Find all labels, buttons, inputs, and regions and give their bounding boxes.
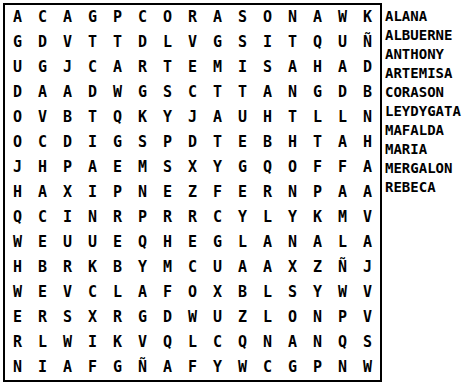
- grid-cell-r5c1[interactable]: O: [5, 105, 30, 130]
- grid-cell-r2c4[interactable]: T: [80, 30, 105, 55]
- grid-cell-r6c3[interactable]: D: [55, 130, 80, 155]
- word-search-page: { "game": "word-search", "position": "AC…: [0, 0, 475, 384]
- grid-cell-r2c15[interactable]: Ñ: [355, 30, 380, 55]
- grid-cell-r14c12[interactable]: A: [280, 330, 305, 355]
- grid-cell-r3c2[interactable]: G: [30, 55, 55, 80]
- grid-cell-r9c14[interactable]: M: [330, 205, 355, 230]
- grid-cell-r14c7[interactable]: Q: [155, 330, 180, 355]
- grid-cell-r11c6[interactable]: Y: [130, 255, 155, 280]
- grid-cell-r6c9[interactable]: T: [205, 130, 230, 155]
- grid-cell-r4c3[interactable]: A: [55, 80, 80, 105]
- grid-cell-r15c4[interactable]: F: [80, 355, 105, 380]
- grid-cell-r5c13[interactable]: L: [305, 105, 330, 130]
- grid-cell-r4c6[interactable]: G: [130, 80, 155, 105]
- grid-cell-r13c10[interactable]: Z: [230, 305, 255, 330]
- grid-cell-r11c8[interactable]: C: [180, 255, 205, 280]
- grid-cell-r10c7[interactable]: H: [155, 230, 180, 255]
- grid-cell-r11c15[interactable]: J: [355, 255, 380, 280]
- grid-cell-r4c13[interactable]: G: [305, 80, 330, 105]
- grid-cell-r7c6[interactable]: M: [130, 155, 155, 180]
- grid-cell-r9c4[interactable]: N: [80, 205, 105, 230]
- grid-cell-r12c6[interactable]: A: [130, 280, 155, 305]
- grid-cell-r3c12[interactable]: A: [280, 55, 305, 80]
- grid-cell-r8c14[interactable]: A: [330, 180, 355, 205]
- grid-cell-r11c7[interactable]: M: [155, 255, 180, 280]
- grid-cell-r1c4[interactable]: G: [80, 5, 105, 30]
- grid-cell-r5c4[interactable]: T: [80, 105, 105, 130]
- grid-cell-r12c4[interactable]: C: [80, 280, 105, 305]
- grid-cell-r4c10[interactable]: T: [230, 80, 255, 105]
- grid-cell-r12c13[interactable]: Y: [305, 280, 330, 305]
- grid-cell-r4c1[interactable]: D: [5, 80, 30, 105]
- grid-cell-r5c8[interactable]: J: [180, 105, 205, 130]
- grid-cell-r15c3[interactable]: A: [55, 355, 80, 380]
- grid-cell-r6c12[interactable]: H: [280, 130, 305, 155]
- grid-cell-r3c14[interactable]: A: [330, 55, 355, 80]
- grid-cell-r1c7[interactable]: O: [155, 5, 180, 30]
- grid-cell-r11c14[interactable]: Ñ: [330, 255, 355, 280]
- grid-cell-r7c11[interactable]: Q: [255, 155, 280, 180]
- grid-cell-r12c5[interactable]: L: [105, 280, 130, 305]
- grid-cell-r12c3[interactable]: V: [55, 280, 80, 305]
- grid-cell-r4c2[interactable]: A: [30, 80, 55, 105]
- grid-cell-r13c15[interactable]: V: [355, 305, 380, 330]
- grid-cell-r1c6[interactable]: C: [130, 5, 155, 30]
- grid-cell-r15c12[interactable]: G: [280, 355, 305, 380]
- grid-cell-r12c7[interactable]: F: [155, 280, 180, 305]
- grid-cell-r6c6[interactable]: S: [130, 130, 155, 155]
- grid-cell-r11c5[interactable]: B: [105, 255, 130, 280]
- puzzle-board: ACAGPCORASONAWKGDVTTDLVGSITQUÑUGJCARTEMI…: [3, 3, 382, 382]
- grid-cell-r14c2[interactable]: L: [30, 330, 55, 355]
- grid-cell-r15c6[interactable]: Ñ: [130, 355, 155, 380]
- grid-cell-r1c15[interactable]: K: [355, 5, 380, 30]
- grid-cell-r15c11[interactable]: C: [255, 355, 280, 380]
- grid-cell-r11c12[interactable]: X: [280, 255, 305, 280]
- word-list-item: MAFALDA: [385, 121, 461, 140]
- word-list-item: ALBUERNE: [385, 26, 461, 45]
- grid-cell-r2c13[interactable]: Q: [305, 30, 330, 55]
- grid-cell-r4c12[interactable]: N: [280, 80, 305, 105]
- grid-cell-r2c12[interactable]: T: [280, 30, 305, 55]
- grid-cell-r7c10[interactable]: G: [230, 155, 255, 180]
- grid-cell-r1c3[interactable]: A: [55, 5, 80, 30]
- grid-cell-r9c8[interactable]: R: [180, 205, 205, 230]
- grid-cell-r10c6[interactable]: Q: [130, 230, 155, 255]
- grid-cell-r13c14[interactable]: P: [330, 305, 355, 330]
- grid-cell-r3c15[interactable]: D: [355, 55, 380, 80]
- grid-cell-r5c10[interactable]: U: [230, 105, 255, 130]
- grid-cell-r6c5[interactable]: G: [105, 130, 130, 155]
- grid-cell-r15c13[interactable]: P: [305, 355, 330, 380]
- grid-cell-r9c2[interactable]: C: [30, 205, 55, 230]
- grid-cell-r4c8[interactable]: C: [180, 80, 205, 105]
- grid-cell-r9c5[interactable]: R: [105, 205, 130, 230]
- grid-cell-r13c9[interactable]: U: [205, 305, 230, 330]
- grid-cell-r7c7[interactable]: S: [155, 155, 180, 180]
- grid-cell-r13c4[interactable]: X: [80, 305, 105, 330]
- word-list: ALANAALBUERNEANTHONYARTEMISACORASONLEYDY…: [385, 7, 461, 197]
- grid-cell-r1c2[interactable]: C: [30, 5, 55, 30]
- grid-cell-r8c11[interactable]: R: [255, 180, 280, 205]
- grid-cell-r13c6[interactable]: G: [130, 305, 155, 330]
- grid-cell-r5c15[interactable]: N: [355, 105, 380, 130]
- grid-cell-r13c13[interactable]: N: [305, 305, 330, 330]
- grid-cell-r2c10[interactable]: S: [230, 30, 255, 55]
- grid-cell-r3c4[interactable]: C: [80, 55, 105, 80]
- grid-cell-r12c1[interactable]: W: [5, 280, 30, 305]
- grid-cell-r10c12[interactable]: N: [280, 230, 305, 255]
- word-list-item: LEYDYGATA: [385, 102, 461, 121]
- grid-cell-r5c5[interactable]: Q: [105, 105, 130, 130]
- grid-cell-r8c3[interactable]: X: [55, 180, 80, 205]
- grid-cell-r3c6[interactable]: R: [130, 55, 155, 80]
- grid-cell-r4c4[interactable]: D: [80, 80, 105, 105]
- grid-cell-r14c10[interactable]: Q: [230, 330, 255, 355]
- grid-cell-r3c7[interactable]: T: [155, 55, 180, 80]
- grid-cell-r4c11[interactable]: A: [255, 80, 280, 105]
- grid-cell-r5c3[interactable]: B: [55, 105, 80, 130]
- grid-cell-r3c3[interactable]: J: [55, 55, 80, 80]
- grid-cell-r4c14[interactable]: D: [330, 80, 355, 105]
- grid-cell-r7c13[interactable]: F: [305, 155, 330, 180]
- grid-cell-r12c12[interactable]: S: [280, 280, 305, 305]
- grid-cell-r5c12[interactable]: T: [280, 105, 305, 130]
- grid-cell-r7c14[interactable]: F: [330, 155, 355, 180]
- grid-cell-r2c2[interactable]: D: [30, 30, 55, 55]
- grid-cell-r8c6[interactable]: N: [130, 180, 155, 205]
- grid-cell-r4c9[interactable]: T: [205, 80, 230, 105]
- grid-cell-r11c13[interactable]: Z: [305, 255, 330, 280]
- grid-cell-r1c9[interactable]: A: [205, 5, 230, 30]
- grid-cell-r5c14[interactable]: L: [330, 105, 355, 130]
- grid-cell-r14c14[interactable]: Q: [330, 330, 355, 355]
- grid-cell-r6c14[interactable]: A: [330, 130, 355, 155]
- grid-cell-r7c4[interactable]: A: [80, 155, 105, 180]
- grid-cell-r7c8[interactable]: X: [180, 155, 205, 180]
- grid-cell-r6c10[interactable]: E: [230, 130, 255, 155]
- grid-cell-r8c7[interactable]: E: [155, 180, 180, 205]
- grid-cell-r10c15[interactable]: A: [355, 230, 380, 255]
- grid-cell-r15c15[interactable]: W: [355, 355, 380, 380]
- grid-cell-r10c13[interactable]: A: [305, 230, 330, 255]
- grid-cell-r2c11[interactable]: I: [255, 30, 280, 55]
- word-list-item: CORASON: [385, 83, 461, 102]
- grid-cell-r2c14[interactable]: U: [330, 30, 355, 55]
- grid-cell-r5c9[interactable]: A: [205, 105, 230, 130]
- grid-cell-r11c4[interactable]: K: [80, 255, 105, 280]
- grid-cell-r13c2[interactable]: R: [30, 305, 55, 330]
- grid-cell-r1c11[interactable]: O: [255, 5, 280, 30]
- grid-cell-r9c13[interactable]: K: [305, 205, 330, 230]
- grid-cell-r8c15[interactable]: A: [355, 180, 380, 205]
- grid-cell-r1c1[interactable]: A: [5, 5, 30, 30]
- grid-cell-r15c10[interactable]: W: [230, 355, 255, 380]
- grid-cell-r2c5[interactable]: T: [105, 30, 130, 55]
- grid-cell-r3c5[interactable]: A: [105, 55, 130, 80]
- grid-cell-r13c11[interactable]: L: [255, 305, 280, 330]
- grid-cell-r15c1[interactable]: N: [5, 355, 30, 380]
- grid-cell-r4c7[interactable]: S: [155, 80, 180, 105]
- grid-cell-r1c10[interactable]: S: [230, 5, 255, 30]
- grid-cell-r10c2[interactable]: E: [30, 230, 55, 255]
- grid-cell-r14c5[interactable]: K: [105, 330, 130, 355]
- grid-cell-r12c14[interactable]: W: [330, 280, 355, 305]
- grid-cell-r14c3[interactable]: W: [55, 330, 80, 355]
- word-list-item: MARIA: [385, 140, 461, 159]
- grid-cell-r8c5[interactable]: P: [105, 180, 130, 205]
- grid-cell-r14c8[interactable]: L: [180, 330, 205, 355]
- grid-cell-r1c13[interactable]: A: [305, 5, 330, 30]
- grid-cell-r13c1[interactable]: E: [5, 305, 30, 330]
- grid-cell-r6c15[interactable]: H: [355, 130, 380, 155]
- grid-cell-r6c1[interactable]: O: [5, 130, 30, 155]
- letter-grid: ACAGPCORASONAWKGDVTTDLVGSITQUÑUGJCARTEMI…: [5, 5, 380, 380]
- grid-cell-r9c6[interactable]: P: [130, 205, 155, 230]
- grid-cell-r2c9[interactable]: G: [205, 30, 230, 55]
- grid-cell-r8c13[interactable]: P: [305, 180, 330, 205]
- grid-cell-r13c5[interactable]: R: [105, 305, 130, 330]
- grid-cell-r6c8[interactable]: D: [180, 130, 205, 155]
- grid-cell-r14c13[interactable]: N: [305, 330, 330, 355]
- grid-cell-r10c9[interactable]: G: [205, 230, 230, 255]
- grid-cell-r13c8[interactable]: W: [180, 305, 205, 330]
- grid-cell-r8c10[interactable]: E: [230, 180, 255, 205]
- grid-cell-r9c11[interactable]: L: [255, 205, 280, 230]
- grid-cell-r10c5[interactable]: E: [105, 230, 130, 255]
- grid-cell-r6c2[interactable]: C: [30, 130, 55, 155]
- grid-cell-r11c2[interactable]: B: [30, 255, 55, 280]
- grid-cell-r10c10[interactable]: L: [230, 230, 255, 255]
- grid-cell-r1c14[interactable]: W: [330, 5, 355, 30]
- grid-cell-r11c10[interactable]: A: [230, 255, 255, 280]
- grid-cell-r8c12[interactable]: N: [280, 180, 305, 205]
- grid-cell-r8c1[interactable]: H: [5, 180, 30, 205]
- grid-cell-r8c2[interactable]: A: [30, 180, 55, 205]
- grid-cell-r1c12[interactable]: N: [280, 5, 305, 30]
- grid-cell-r4c15[interactable]: B: [355, 80, 380, 105]
- grid-cell-r8c8[interactable]: Z: [180, 180, 205, 205]
- grid-cell-r9c3[interactable]: I: [55, 205, 80, 230]
- grid-cell-r7c12[interactable]: O: [280, 155, 305, 180]
- grid-cell-r15c7[interactable]: A: [155, 355, 180, 380]
- word-list-item: ARTEMISA: [385, 64, 461, 83]
- grid-cell-r1c5[interactable]: P: [105, 5, 130, 30]
- grid-cell-r14c11[interactable]: N: [255, 330, 280, 355]
- word-list-item: ALANA: [385, 7, 461, 26]
- grid-cell-r14c9[interactable]: C: [205, 330, 230, 355]
- grid-cell-r12c11[interactable]: L: [255, 280, 280, 305]
- grid-cell-r8c4[interactable]: I: [80, 180, 105, 205]
- grid-cell-r15c5[interactable]: G: [105, 355, 130, 380]
- grid-cell-r5c7[interactable]: Y: [155, 105, 180, 130]
- grid-cell-r9c12[interactable]: Y: [280, 205, 305, 230]
- grid-cell-r2c7[interactable]: L: [155, 30, 180, 55]
- grid-cell-r10c4[interactable]: U: [80, 230, 105, 255]
- grid-cell-r15c8[interactable]: F: [180, 355, 205, 380]
- grid-cell-r9c15[interactable]: V: [355, 205, 380, 230]
- grid-cell-r3c8[interactable]: E: [180, 55, 205, 80]
- grid-cell-r13c7[interactable]: D: [155, 305, 180, 330]
- grid-cell-r14c6[interactable]: V: [130, 330, 155, 355]
- grid-cell-r13c3[interactable]: S: [55, 305, 80, 330]
- word-list-item: MERGALON: [385, 159, 461, 178]
- grid-cell-r15c9[interactable]: Y: [205, 355, 230, 380]
- grid-cell-r6c11[interactable]: B: [255, 130, 280, 155]
- grid-cell-r3c1[interactable]: U: [5, 55, 30, 80]
- grid-cell-r10c8[interactable]: E: [180, 230, 205, 255]
- grid-cell-r5c2[interactable]: V: [30, 105, 55, 130]
- grid-cell-r12c9[interactable]: X: [205, 280, 230, 305]
- grid-cell-r9c10[interactable]: Y: [230, 205, 255, 230]
- grid-cell-r7c5[interactable]: E: [105, 155, 130, 180]
- grid-cell-r14c15[interactable]: S: [355, 330, 380, 355]
- word-list-item: ANTHONY: [385, 45, 461, 64]
- grid-cell-r2c8[interactable]: V: [180, 30, 205, 55]
- grid-cell-r12c10[interactable]: B: [230, 280, 255, 305]
- grid-cell-r6c13[interactable]: T: [305, 130, 330, 155]
- grid-cell-r14c1[interactable]: R: [5, 330, 30, 355]
- grid-cell-r15c2[interactable]: I: [30, 355, 55, 380]
- grid-cell-r11c1[interactable]: H: [5, 255, 30, 280]
- grid-cell-r7c1[interactable]: J: [5, 155, 30, 180]
- grid-cell-r8c9[interactable]: F: [205, 180, 230, 205]
- grid-cell-r7c3[interactable]: P: [55, 155, 80, 180]
- grid-cell-r9c9[interactable]: C: [205, 205, 230, 230]
- grid-cell-r1c8[interactable]: R: [180, 5, 205, 30]
- grid-cell-r12c15[interactable]: V: [355, 280, 380, 305]
- grid-cell-r6c7[interactable]: P: [155, 130, 180, 155]
- grid-cell-r10c11[interactable]: A: [255, 230, 280, 255]
- grid-cell-r5c6[interactable]: K: [130, 105, 155, 130]
- grid-cell-r11c3[interactable]: R: [55, 255, 80, 280]
- grid-cell-r2c1[interactable]: G: [5, 30, 30, 55]
- grid-cell-r7c15[interactable]: A: [355, 155, 380, 180]
- grid-cell-r10c14[interactable]: L: [330, 230, 355, 255]
- grid-cell-r13c12[interactable]: O: [280, 305, 305, 330]
- grid-cell-r4c5[interactable]: W: [105, 80, 130, 105]
- grid-cell-r3c11[interactable]: S: [255, 55, 280, 80]
- grid-cell-r11c11[interactable]: A: [255, 255, 280, 280]
- grid-cell-r7c9[interactable]: Y: [205, 155, 230, 180]
- grid-cell-r14c4[interactable]: I: [80, 330, 105, 355]
- grid-cell-r3c10[interactable]: I: [230, 55, 255, 80]
- grid-cell-r12c8[interactable]: O: [180, 280, 205, 305]
- grid-cell-r9c1[interactable]: Q: [5, 205, 30, 230]
- grid-cell-r10c3[interactable]: U: [55, 230, 80, 255]
- word-list-item: REBECA: [385, 178, 461, 197]
- grid-cell-r6c4[interactable]: I: [80, 130, 105, 155]
- grid-cell-r7c2[interactable]: H: [30, 155, 55, 180]
- grid-cell-r2c6[interactable]: D: [130, 30, 155, 55]
- grid-cell-r11c9[interactable]: U: [205, 255, 230, 280]
- grid-cell-r5c11[interactable]: H: [255, 105, 280, 130]
- grid-cell-r15c14[interactable]: N: [330, 355, 355, 380]
- grid-cell-r12c2[interactable]: E: [30, 280, 55, 305]
- grid-cell-r10c1[interactable]: W: [5, 230, 30, 255]
- grid-cell-r3c13[interactable]: H: [305, 55, 330, 80]
- grid-cell-r9c7[interactable]: R: [155, 205, 180, 230]
- grid-cell-r2c3[interactable]: V: [55, 30, 80, 55]
- grid-cell-r3c9[interactable]: M: [205, 55, 230, 80]
